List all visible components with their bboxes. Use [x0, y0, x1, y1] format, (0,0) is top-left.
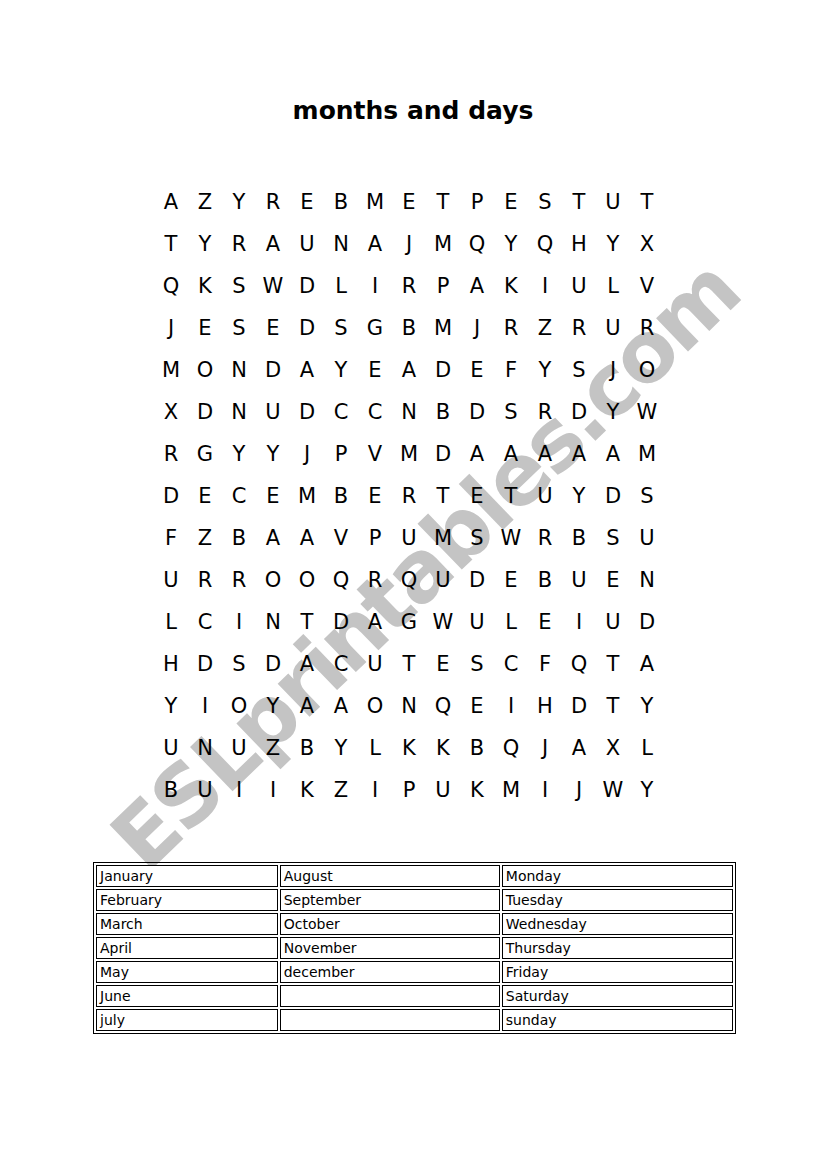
word-cell-r4c3: Thursday — [502, 937, 733, 959]
grid-cell-r4c12: Z — [528, 307, 562, 349]
grid-cell-r13c8: N — [392, 685, 426, 727]
wordsearch-grid: AZYREBMETPESTUTTYRAUNAJMQYQHYXQKSWDLIRPA… — [154, 181, 664, 811]
grid-cell-r12c12: F — [528, 643, 562, 685]
grid-cell-r9c8: U — [392, 517, 426, 559]
grid-cell-r7c9: D — [426, 433, 460, 475]
grid-cell-r15c4: I — [256, 769, 290, 811]
grid-cell-r8c13: Y — [562, 475, 596, 517]
grid-cell-r9c7: P — [358, 517, 392, 559]
grid-cell-r10c7: R — [358, 559, 392, 601]
word-cell-r3c1: March — [96, 913, 278, 935]
grid-cell-r1c10: P — [460, 181, 494, 223]
word-cell-r4c2: November — [280, 937, 500, 959]
grid-cell-r4c10: J — [460, 307, 494, 349]
word-list-row-4: AprilNovemberThursday — [96, 937, 733, 959]
grid-cell-r9c11: W — [494, 517, 528, 559]
word-cell-r5c1: May — [96, 961, 278, 983]
grid-cell-r13c4: Y — [256, 685, 290, 727]
grid-cell-r1c11: E — [494, 181, 528, 223]
grid-cell-r6c3: N — [222, 391, 256, 433]
grid-cell-r8c10: E — [460, 475, 494, 517]
grid-cell-r5c7: E — [358, 349, 392, 391]
grid-cell-r8c6: B — [324, 475, 358, 517]
word-cell-r7c2 — [280, 1009, 500, 1031]
word-list-row-3: MarchOctoberWednesday — [96, 913, 733, 935]
grid-cell-r8c2: E — [188, 475, 222, 517]
grid-cell-r1c3: Y — [222, 181, 256, 223]
grid-cell-r4c5: D — [290, 307, 324, 349]
grid-cell-r12c6: C — [324, 643, 358, 685]
grid-cell-r9c1: F — [154, 517, 188, 559]
grid-cell-r1c15: T — [630, 181, 664, 223]
grid-cell-r2c9: M — [426, 223, 460, 265]
grid-cell-r13c14: T — [596, 685, 630, 727]
grid-cell-r7c7: V — [358, 433, 392, 475]
grid-cell-r3c11: K — [494, 265, 528, 307]
grid-cell-r7c14: A — [596, 433, 630, 475]
word-cell-r1c3: Monday — [502, 865, 733, 887]
grid-cell-r10c11: E — [494, 559, 528, 601]
grid-cell-r12c5: A — [290, 643, 324, 685]
grid-cell-r3c2: K — [188, 265, 222, 307]
grid-cell-r2c11: Y — [494, 223, 528, 265]
grid-cell-r1c13: T — [562, 181, 596, 223]
grid-cell-r7c5: J — [290, 433, 324, 475]
grid-cell-r8c1: D — [154, 475, 188, 517]
grid-cell-r10c15: N — [630, 559, 664, 601]
word-cell-r3c3: Wednesday — [502, 913, 733, 935]
grid-cell-r5c5: A — [290, 349, 324, 391]
word-cell-r2c1: February — [96, 889, 278, 911]
grid-cell-r11c12: E — [528, 601, 562, 643]
grid-cell-r14c9: K — [426, 727, 460, 769]
grid-cell-r8c9: T — [426, 475, 460, 517]
grid-cell-r5c9: D — [426, 349, 460, 391]
grid-cell-r5c13: S — [562, 349, 596, 391]
grid-cell-r5c14: J — [596, 349, 630, 391]
grid-cell-r9c9: M — [426, 517, 460, 559]
word-list-row-6: JuneSaturday — [96, 985, 733, 1007]
grid-cell-r7c10: A — [460, 433, 494, 475]
grid-cell-r1c7: M — [358, 181, 392, 223]
grid-cell-r13c1: Y — [154, 685, 188, 727]
grid-cell-r5c4: D — [256, 349, 290, 391]
grid-cell-r12c3: S — [222, 643, 256, 685]
grid-cell-r10c6: Q — [324, 559, 358, 601]
grid-cell-r5c11: F — [494, 349, 528, 391]
grid-cell-r3c13: U — [562, 265, 596, 307]
grid-cell-r6c5: D — [290, 391, 324, 433]
grid-cell-r10c8: Q — [392, 559, 426, 601]
grid-cell-r6c4: U — [256, 391, 290, 433]
word-cell-r6c1: June — [96, 985, 278, 1007]
grid-cell-r4c4: E — [256, 307, 290, 349]
worksheet-page: ESLprintables.com months and days AZYREB… — [0, 0, 826, 1169]
grid-cell-r11c14: U — [596, 601, 630, 643]
word-cell-r6c3: Saturday — [502, 985, 733, 1007]
grid-cell-r3c5: D — [290, 265, 324, 307]
grid-cell-r7c4: Y — [256, 433, 290, 475]
grid-cell-r6c7: C — [358, 391, 392, 433]
word-cell-r2c2: September — [280, 889, 500, 911]
grid-cell-r6c13: D — [562, 391, 596, 433]
grid-cell-r5c10: E — [460, 349, 494, 391]
grid-cell-r3c12: I — [528, 265, 562, 307]
grid-cell-r4c7: G — [358, 307, 392, 349]
grid-cell-r6c1: X — [154, 391, 188, 433]
grid-cell-r4c14: U — [596, 307, 630, 349]
word-list-row-5: MaydecemberFriday — [96, 961, 733, 983]
grid-cell-r4c3: S — [222, 307, 256, 349]
grid-cell-r15c13: J — [562, 769, 596, 811]
grid-cell-r12c4: D — [256, 643, 290, 685]
word-list-row-7: julysunday — [96, 1009, 733, 1031]
grid-cell-r5c8: A — [392, 349, 426, 391]
grid-cell-r11c1: L — [154, 601, 188, 643]
grid-cell-r1c9: T — [426, 181, 460, 223]
grid-cell-r9c10: S — [460, 517, 494, 559]
grid-cell-r5c2: O — [188, 349, 222, 391]
word-cell-r1c2: August — [280, 865, 500, 887]
grid-cell-r2c14: Y — [596, 223, 630, 265]
grid-cell-r11c10: U — [460, 601, 494, 643]
grid-cell-r11c15: D — [630, 601, 664, 643]
grid-cell-r4c6: S — [324, 307, 358, 349]
grid-cell-r12c9: E — [426, 643, 460, 685]
grid-cell-r7c15: M — [630, 433, 664, 475]
grid-cell-r10c1: U — [154, 559, 188, 601]
grid-cell-r11c7: A — [358, 601, 392, 643]
grid-cell-r2c6: N — [324, 223, 358, 265]
grid-cell-r3c9: P — [426, 265, 460, 307]
grid-cell-r9c13: B — [562, 517, 596, 559]
grid-cell-r12c13: Q — [562, 643, 596, 685]
grid-cell-r3c8: R — [392, 265, 426, 307]
grid-cell-r10c3: R — [222, 559, 256, 601]
grid-cell-r2c15: X — [630, 223, 664, 265]
grid-cell-r3c14: L — [596, 265, 630, 307]
grid-cell-r6c11: S — [494, 391, 528, 433]
grid-cell-r1c5: E — [290, 181, 324, 223]
grid-cell-r15c5: K — [290, 769, 324, 811]
grid-cell-r3c6: L — [324, 265, 358, 307]
grid-cell-r2c12: Q — [528, 223, 562, 265]
grid-cell-r1c14: U — [596, 181, 630, 223]
grid-cell-r2c3: R — [222, 223, 256, 265]
grid-cell-r3c3: S — [222, 265, 256, 307]
grid-cell-r12c7: U — [358, 643, 392, 685]
grid-cell-r6c9: B — [426, 391, 460, 433]
grid-cell-r9c14: S — [596, 517, 630, 559]
grid-cell-r7c13: A — [562, 433, 596, 475]
grid-cell-r8c5: M — [290, 475, 324, 517]
grid-cell-r2c7: A — [358, 223, 392, 265]
grid-cell-r15c3: I — [222, 769, 256, 811]
grid-cell-r11c3: I — [222, 601, 256, 643]
grid-cell-r14c2: N — [188, 727, 222, 769]
grid-cell-r9c2: Z — [188, 517, 222, 559]
grid-cell-r14c4: Z — [256, 727, 290, 769]
word-cell-r2c3: Tuesday — [502, 889, 733, 911]
grid-cell-r11c11: L — [494, 601, 528, 643]
grid-cell-r14c14: X — [596, 727, 630, 769]
grid-cell-r5c15: O — [630, 349, 664, 391]
grid-cell-r10c13: U — [562, 559, 596, 601]
grid-cell-r15c12: I — [528, 769, 562, 811]
grid-cell-r13c9: Q — [426, 685, 460, 727]
grid-cell-r8c3: C — [222, 475, 256, 517]
grid-cell-r9c3: B — [222, 517, 256, 559]
grid-cell-r13c3: O — [222, 685, 256, 727]
grid-cell-r9c15: U — [630, 517, 664, 559]
grid-cell-r12c8: T — [392, 643, 426, 685]
grid-cell-r10c14: E — [596, 559, 630, 601]
grid-cell-r11c5: T — [290, 601, 324, 643]
grid-cell-r2c1: T — [154, 223, 188, 265]
grid-cell-r6c15: W — [630, 391, 664, 433]
grid-cell-r9c6: V — [324, 517, 358, 559]
grid-cell-r3c1: Q — [154, 265, 188, 307]
grid-cell-r2c2: Y — [188, 223, 222, 265]
word-list-row-1: JanuaryAugustMonday — [96, 865, 733, 887]
grid-cell-r3c4: W — [256, 265, 290, 307]
grid-cell-r9c4: A — [256, 517, 290, 559]
grid-cell-r14c12: J — [528, 727, 562, 769]
grid-cell-r11c2: C — [188, 601, 222, 643]
grid-cell-r12c1: H — [154, 643, 188, 685]
grid-cell-r1c2: Z — [188, 181, 222, 223]
grid-cell-r6c10: D — [460, 391, 494, 433]
grid-cell-r5c1: M — [154, 349, 188, 391]
grid-cell-r14c10: B — [460, 727, 494, 769]
grid-cell-r12c14: T — [596, 643, 630, 685]
word-cell-r1c1: January — [96, 865, 278, 887]
grid-cell-r13c10: E — [460, 685, 494, 727]
grid-cell-r9c12: R — [528, 517, 562, 559]
grid-cell-r8c12: U — [528, 475, 562, 517]
grid-cell-r7c12: A — [528, 433, 562, 475]
grid-cell-r13c13: D — [562, 685, 596, 727]
grid-cell-r1c6: B — [324, 181, 358, 223]
word-cell-r5c2: december — [280, 961, 500, 983]
grid-cell-r13c15: Y — [630, 685, 664, 727]
grid-cell-r1c12: S — [528, 181, 562, 223]
grid-cell-r10c10: D — [460, 559, 494, 601]
grid-cell-r12c11: C — [494, 643, 528, 685]
grid-cell-r11c13: I — [562, 601, 596, 643]
grid-cell-r4c15: R — [630, 307, 664, 349]
grid-cell-r7c8: M — [392, 433, 426, 475]
grid-cell-r2c13: H — [562, 223, 596, 265]
grid-cell-r11c6: D — [324, 601, 358, 643]
grid-cell-r10c4: O — [256, 559, 290, 601]
grid-cell-r14c13: A — [562, 727, 596, 769]
grid-cell-r10c12: B — [528, 559, 562, 601]
grid-cell-r12c2: D — [188, 643, 222, 685]
grid-cell-r3c7: I — [358, 265, 392, 307]
grid-cell-r15c14: W — [596, 769, 630, 811]
grid-cell-r4c2: E — [188, 307, 222, 349]
grid-cell-r13c2: I — [188, 685, 222, 727]
grid-cell-r11c4: N — [256, 601, 290, 643]
grid-cell-r14c3: U — [222, 727, 256, 769]
grid-cell-r15c11: M — [494, 769, 528, 811]
grid-cell-r15c10: K — [460, 769, 494, 811]
grid-cell-r7c11: A — [494, 433, 528, 475]
grid-cell-r7c1: R — [154, 433, 188, 475]
grid-cell-r4c8: B — [392, 307, 426, 349]
grid-cell-r14c7: L — [358, 727, 392, 769]
grid-cell-r7c2: G — [188, 433, 222, 475]
grid-cell-r4c9: M — [426, 307, 460, 349]
grid-cell-r8c8: R — [392, 475, 426, 517]
grid-cell-r6c6: C — [324, 391, 358, 433]
grid-cell-r13c11: I — [494, 685, 528, 727]
grid-cell-r15c6: Z — [324, 769, 358, 811]
grid-cell-r2c4: A — [256, 223, 290, 265]
grid-cell-r13c5: A — [290, 685, 324, 727]
grid-cell-r13c12: H — [528, 685, 562, 727]
word-cell-r6c2 — [280, 985, 500, 1007]
grid-cell-r15c8: P — [392, 769, 426, 811]
grid-cell-r14c8: K — [392, 727, 426, 769]
grid-cell-r1c4: R — [256, 181, 290, 223]
grid-cell-r6c2: D — [188, 391, 222, 433]
grid-cell-r2c5: U — [290, 223, 324, 265]
grid-cell-r15c7: I — [358, 769, 392, 811]
grid-cell-r14c11: Q — [494, 727, 528, 769]
word-cell-r7c3: sunday — [502, 1009, 733, 1031]
grid-cell-r3c10: A — [460, 265, 494, 307]
grid-cell-r14c15: L — [630, 727, 664, 769]
grid-cell-r4c1: J — [154, 307, 188, 349]
grid-cell-r3c15: V — [630, 265, 664, 307]
grid-cell-r11c8: G — [392, 601, 426, 643]
grid-cell-r1c8: E — [392, 181, 426, 223]
grid-cell-r10c9: U — [426, 559, 460, 601]
grid-cell-r5c12: Y — [528, 349, 562, 391]
word-list-body: JanuaryAugustMondayFebruarySeptemberTues… — [96, 865, 733, 1031]
grid-cell-r15c2: U — [188, 769, 222, 811]
grid-cell-r8c11: T — [494, 475, 528, 517]
grid-cell-r2c8: J — [392, 223, 426, 265]
grid-cell-r13c6: A — [324, 685, 358, 727]
grid-cell-r9c5: A — [290, 517, 324, 559]
grid-cell-r8c15: S — [630, 475, 664, 517]
grid-cell-r12c15: A — [630, 643, 664, 685]
grid-cell-r15c9: U — [426, 769, 460, 811]
word-cell-r7c1: july — [96, 1009, 278, 1031]
grid-cell-r13c7: O — [358, 685, 392, 727]
grid-cell-r12c10: S — [460, 643, 494, 685]
grid-cell-r6c12: R — [528, 391, 562, 433]
grid-cell-r10c2: R — [188, 559, 222, 601]
word-cell-r3c2: October — [280, 913, 500, 935]
grid-cell-r11c9: W — [426, 601, 460, 643]
worksheet-title: months and days — [0, 96, 826, 125]
word-cell-r4c1: April — [96, 937, 278, 959]
grid-cell-r1c1: A — [154, 181, 188, 223]
grid-cell-r7c3: Y — [222, 433, 256, 475]
grid-cell-r14c5: B — [290, 727, 324, 769]
grid-cell-r8c7: E — [358, 475, 392, 517]
grid-cell-r8c14: D — [596, 475, 630, 517]
word-list-row-2: FebruarySeptemberTuesday — [96, 889, 733, 911]
grid-cell-r8c4: E — [256, 475, 290, 517]
grid-cell-r5c6: Y — [324, 349, 358, 391]
grid-cell-r7c6: P — [324, 433, 358, 475]
grid-cell-r15c15: Y — [630, 769, 664, 811]
grid-cell-r14c6: Y — [324, 727, 358, 769]
grid-cell-r14c1: U — [154, 727, 188, 769]
grid-cell-r4c11: R — [494, 307, 528, 349]
word-cell-r5c3: Friday — [502, 961, 733, 983]
word-list-table: JanuaryAugustMondayFebruarySeptemberTues… — [93, 862, 736, 1034]
grid-cell-r6c14: Y — [596, 391, 630, 433]
grid-cell-r5c3: N — [222, 349, 256, 391]
grid-cell-r10c5: O — [290, 559, 324, 601]
grid-cell-r15c1: B — [154, 769, 188, 811]
grid-cell-r4c13: R — [562, 307, 596, 349]
grid-cell-r2c10: Q — [460, 223, 494, 265]
grid-cell-r6c8: N — [392, 391, 426, 433]
